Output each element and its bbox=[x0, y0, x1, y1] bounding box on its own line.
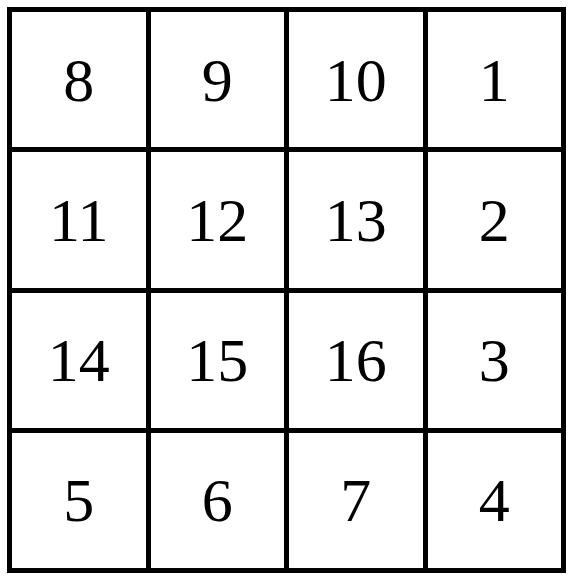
cell-r3c4: 3 bbox=[428, 293, 562, 428]
cell-r2c3: 13 bbox=[289, 152, 423, 287]
cell-r1c3: 10 bbox=[289, 12, 423, 147]
cell-r4c2: 6 bbox=[151, 433, 285, 568]
cell-r1c4: 1 bbox=[428, 12, 562, 147]
cell-r3c2: 15 bbox=[151, 293, 285, 428]
puzzle-board: 8 9 10 1 11 12 13 2 14 15 16 3 5 6 7 4 bbox=[7, 7, 566, 573]
cell-r2c2: 12 bbox=[151, 152, 285, 287]
page-background: 8 9 10 1 11 12 13 2 14 15 16 3 5 6 7 4 bbox=[0, 0, 576, 583]
cell-r3c3: 16 bbox=[289, 293, 423, 428]
cell-r2c4: 2 bbox=[428, 152, 562, 287]
cell-r1c2: 9 bbox=[151, 12, 285, 147]
cell-r1c1: 8 bbox=[12, 12, 146, 147]
cell-r4c1: 5 bbox=[12, 433, 146, 568]
cell-r3c1: 14 bbox=[12, 293, 146, 428]
cell-r2c1: 11 bbox=[12, 152, 146, 287]
cell-r4c3: 7 bbox=[289, 433, 423, 568]
cell-r4c4: 4 bbox=[428, 433, 562, 568]
